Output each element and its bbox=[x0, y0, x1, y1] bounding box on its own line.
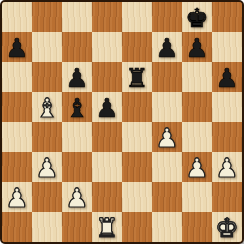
square-f7[interactable]: ♟ bbox=[152, 32, 182, 62]
white-pawn[interactable]: ♟ bbox=[185, 155, 208, 181]
square-g3[interactable]: ♟ bbox=[182, 152, 212, 182]
square-e7[interactable] bbox=[122, 32, 152, 62]
white-bishop[interactable]: ♝ bbox=[35, 95, 58, 121]
white-pawn[interactable]: ♟ bbox=[215, 155, 238, 181]
square-a1[interactable] bbox=[2, 212, 32, 242]
square-h2[interactable] bbox=[212, 182, 242, 212]
square-b1[interactable] bbox=[32, 212, 62, 242]
chess-board: ♚♟♟♟♟♜♟♝♝♟♟♟♟♟♟♟♜♚ bbox=[2, 2, 242, 242]
square-g1[interactable] bbox=[182, 212, 212, 242]
white-king[interactable]: ♚ bbox=[215, 215, 238, 241]
square-g7[interactable]: ♟ bbox=[182, 32, 212, 62]
square-f5[interactable] bbox=[152, 92, 182, 122]
square-g2[interactable] bbox=[182, 182, 212, 212]
white-pawn[interactable]: ♟ bbox=[5, 185, 28, 211]
square-a6[interactable] bbox=[2, 62, 32, 92]
square-d8[interactable] bbox=[92, 2, 122, 32]
square-d3[interactable] bbox=[92, 152, 122, 182]
square-g5[interactable] bbox=[182, 92, 212, 122]
white-pawn[interactable]: ♟ bbox=[155, 125, 178, 151]
white-pawn[interactable]: ♟ bbox=[35, 155, 58, 181]
square-d4[interactable] bbox=[92, 122, 122, 152]
square-h6[interactable]: ♟ bbox=[212, 62, 242, 92]
square-e5[interactable] bbox=[122, 92, 152, 122]
square-e6[interactable]: ♜ bbox=[122, 62, 152, 92]
square-b3[interactable]: ♟ bbox=[32, 152, 62, 182]
square-b7[interactable] bbox=[32, 32, 62, 62]
black-pawn[interactable]: ♟ bbox=[215, 65, 238, 91]
square-a8[interactable] bbox=[2, 2, 32, 32]
square-g8[interactable]: ♚ bbox=[182, 2, 212, 32]
black-king[interactable]: ♚ bbox=[185, 5, 208, 31]
square-d5[interactable]: ♟ bbox=[92, 92, 122, 122]
black-rook[interactable]: ♜ bbox=[125, 65, 148, 91]
square-f1[interactable] bbox=[152, 212, 182, 242]
square-a7[interactable]: ♟ bbox=[2, 32, 32, 62]
square-a3[interactable] bbox=[2, 152, 32, 182]
black-pawn[interactable]: ♟ bbox=[95, 95, 118, 121]
white-rook[interactable]: ♜ bbox=[95, 215, 118, 241]
square-b2[interactable] bbox=[32, 182, 62, 212]
black-bishop[interactable]: ♝ bbox=[65, 95, 88, 121]
square-e3[interactable] bbox=[122, 152, 152, 182]
square-f6[interactable] bbox=[152, 62, 182, 92]
square-d2[interactable] bbox=[92, 182, 122, 212]
square-f2[interactable] bbox=[152, 182, 182, 212]
square-b8[interactable] bbox=[32, 2, 62, 32]
square-g4[interactable] bbox=[182, 122, 212, 152]
chess-board-frame: ♚♟♟♟♟♜♟♝♝♟♟♟♟♟♟♟♜♚ bbox=[0, 0, 244, 244]
square-b4[interactable] bbox=[32, 122, 62, 152]
square-h8[interactable] bbox=[212, 2, 242, 32]
black-pawn[interactable]: ♟ bbox=[155, 35, 178, 61]
square-f4[interactable]: ♟ bbox=[152, 122, 182, 152]
square-a2[interactable]: ♟ bbox=[2, 182, 32, 212]
square-h5[interactable] bbox=[212, 92, 242, 122]
square-c6[interactable]: ♟ bbox=[62, 62, 92, 92]
square-e1[interactable] bbox=[122, 212, 152, 242]
black-pawn[interactable]: ♟ bbox=[65, 65, 88, 91]
square-c4[interactable] bbox=[62, 122, 92, 152]
square-e4[interactable] bbox=[122, 122, 152, 152]
white-pawn[interactable]: ♟ bbox=[65, 185, 88, 211]
square-c8[interactable] bbox=[62, 2, 92, 32]
square-d1[interactable]: ♜ bbox=[92, 212, 122, 242]
square-g6[interactable] bbox=[182, 62, 212, 92]
square-c7[interactable] bbox=[62, 32, 92, 62]
square-f3[interactable] bbox=[152, 152, 182, 182]
square-d6[interactable] bbox=[92, 62, 122, 92]
square-b6[interactable] bbox=[32, 62, 62, 92]
square-d7[interactable] bbox=[92, 32, 122, 62]
square-e2[interactable] bbox=[122, 182, 152, 212]
square-f8[interactable] bbox=[152, 2, 182, 32]
black-pawn[interactable]: ♟ bbox=[5, 35, 28, 61]
square-h1[interactable]: ♚ bbox=[212, 212, 242, 242]
square-e8[interactable] bbox=[122, 2, 152, 32]
square-h4[interactable] bbox=[212, 122, 242, 152]
square-h3[interactable]: ♟ bbox=[212, 152, 242, 182]
page: ♚♟♟♟♟♜♟♝♝♟♟♟♟♟♟♟♜♚ bbox=[0, 0, 244, 244]
square-h7[interactable] bbox=[212, 32, 242, 62]
square-b5[interactable]: ♝ bbox=[32, 92, 62, 122]
square-c3[interactable] bbox=[62, 152, 92, 182]
square-a4[interactable] bbox=[2, 122, 32, 152]
square-c5[interactable]: ♝ bbox=[62, 92, 92, 122]
square-c2[interactable]: ♟ bbox=[62, 182, 92, 212]
square-a5[interactable] bbox=[2, 92, 32, 122]
square-c1[interactable] bbox=[62, 212, 92, 242]
black-pawn[interactable]: ♟ bbox=[185, 35, 208, 61]
